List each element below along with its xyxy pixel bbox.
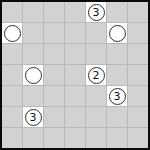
cell-r6c0[interactable] <box>2 128 22 148</box>
numbered-circle-clue: 3 <box>25 109 42 126</box>
cell-r3c1[interactable] <box>23 65 43 85</box>
cell-r1c0[interactable] <box>2 23 22 43</box>
cell-r4c5[interactable]: 3 <box>107 86 127 106</box>
cell-r3c0[interactable] <box>2 65 22 85</box>
cell-r1c3[interactable] <box>65 23 85 43</box>
cell-r6c1[interactable] <box>23 128 43 148</box>
cell-r3c4[interactable]: 2 <box>86 65 106 85</box>
cell-r4c0[interactable] <box>2 86 22 106</box>
clue-number: 2 <box>93 70 100 81</box>
cell-r5c2[interactable] <box>44 107 64 127</box>
cell-r6c5[interactable] <box>107 128 127 148</box>
cell-r6c4[interactable] <box>86 128 106 148</box>
cell-r4c6[interactable] <box>128 86 148 106</box>
cell-r5c3[interactable] <box>65 107 85 127</box>
cell-r0c5[interactable] <box>107 2 127 22</box>
cell-r4c2[interactable] <box>44 86 64 106</box>
cell-r0c2[interactable] <box>44 2 64 22</box>
cell-r5c4[interactable] <box>86 107 106 127</box>
cell-r4c1[interactable] <box>23 86 43 106</box>
empty-circle-clue <box>109 25 126 42</box>
cell-r1c5[interactable] <box>107 23 127 43</box>
cell-r4c4[interactable] <box>86 86 106 106</box>
cell-r1c6[interactable] <box>128 23 148 43</box>
cell-r3c5[interactable] <box>107 65 127 85</box>
cell-r6c6[interactable] <box>128 128 148 148</box>
cell-r0c0[interactable] <box>2 2 22 22</box>
cell-r5c6[interactable] <box>128 107 148 127</box>
cell-r2c4[interactable] <box>86 44 106 64</box>
cell-r2c6[interactable] <box>128 44 148 64</box>
cell-r1c4[interactable] <box>86 23 106 43</box>
numbered-circle-clue: 3 <box>88 4 105 21</box>
cell-r2c0[interactable] <box>2 44 22 64</box>
cell-r1c2[interactable] <box>44 23 64 43</box>
cell-r1c1[interactable] <box>23 23 43 43</box>
cell-r0c3[interactable] <box>65 2 85 22</box>
cell-r6c3[interactable] <box>65 128 85 148</box>
clue-number: 3 <box>114 91 121 102</box>
empty-circle-clue <box>4 25 21 42</box>
cell-r2c3[interactable] <box>65 44 85 64</box>
cell-r3c3[interactable] <box>65 65 85 85</box>
cell-r3c6[interactable] <box>128 65 148 85</box>
puzzle-board: 3233 <box>0 0 150 150</box>
cell-r2c2[interactable] <box>44 44 64 64</box>
cell-r4c3[interactable] <box>65 86 85 106</box>
cell-r5c1[interactable]: 3 <box>23 107 43 127</box>
clue-number: 3 <box>93 7 100 18</box>
numbered-circle-clue: 3 <box>109 88 126 105</box>
cell-r5c5[interactable] <box>107 107 127 127</box>
cell-r5c0[interactable] <box>2 107 22 127</box>
cell-r3c2[interactable] <box>44 65 64 85</box>
cell-r0c4[interactable]: 3 <box>86 2 106 22</box>
cell-r0c6[interactable] <box>128 2 148 22</box>
clue-number: 3 <box>30 112 37 123</box>
cell-r2c1[interactable] <box>23 44 43 64</box>
empty-circle-clue <box>25 67 42 84</box>
cell-r0c1[interactable] <box>23 2 43 22</box>
cell-r2c5[interactable] <box>107 44 127 64</box>
cell-r6c2[interactable] <box>44 128 64 148</box>
numbered-circle-clue: 2 <box>88 67 105 84</box>
